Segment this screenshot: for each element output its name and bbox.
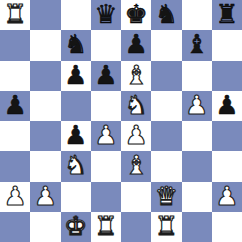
square-g5[interactable]: ♟ bbox=[182, 91, 212, 121]
square-a4[interactable] bbox=[0, 121, 30, 151]
square-e3[interactable]: ♝ bbox=[121, 151, 151, 181]
square-g2[interactable] bbox=[182, 182, 212, 212]
white-knight[interactable]: ♞ bbox=[64, 151, 87, 180]
square-c5[interactable] bbox=[61, 91, 91, 121]
square-a3[interactable] bbox=[0, 151, 30, 181]
white-king[interactable]: ♚ bbox=[64, 212, 87, 241]
square-g1[interactable] bbox=[182, 212, 212, 242]
square-a5[interactable]: ♟ bbox=[0, 91, 30, 121]
square-d1[interactable]: ♜ bbox=[91, 212, 121, 242]
square-d8[interactable]: ♛ bbox=[91, 0, 121, 30]
square-h7[interactable] bbox=[212, 30, 242, 60]
square-a2[interactable]: ♟ bbox=[0, 182, 30, 212]
square-h3[interactable] bbox=[212, 151, 242, 181]
square-b3[interactable] bbox=[30, 151, 60, 181]
white-pawn[interactable]: ♟ bbox=[34, 182, 57, 211]
square-g7[interactable]: ♝ bbox=[182, 30, 212, 60]
black-rook[interactable]: ♜ bbox=[215, 0, 238, 29]
white-pawn[interactable]: ♟ bbox=[215, 182, 238, 211]
black-pawn[interactable]: ♟ bbox=[94, 61, 117, 90]
white-knight[interactable]: ♞ bbox=[124, 91, 147, 120]
white-rook[interactable]: ♜ bbox=[155, 212, 178, 241]
square-h2[interactable]: ♟ bbox=[212, 182, 242, 212]
square-g6[interactable] bbox=[182, 61, 212, 91]
square-b5[interactable] bbox=[30, 91, 60, 121]
square-h8[interactable]: ♜ bbox=[212, 0, 242, 30]
square-c2[interactable] bbox=[61, 182, 91, 212]
black-bishop[interactable]: ♝ bbox=[185, 30, 208, 59]
black-king[interactable]: ♚ bbox=[124, 0, 147, 29]
square-e6[interactable]: ♝ bbox=[121, 61, 151, 91]
square-e8[interactable]: ♚ bbox=[121, 0, 151, 30]
white-bishop[interactable]: ♝ bbox=[124, 151, 147, 180]
white-pawn[interactable]: ♟ bbox=[185, 91, 208, 120]
square-e2[interactable] bbox=[121, 182, 151, 212]
white-rook[interactable]: ♜ bbox=[94, 212, 117, 241]
square-f2[interactable]: ♛ bbox=[151, 182, 181, 212]
square-h4[interactable] bbox=[212, 121, 242, 151]
square-a6[interactable] bbox=[0, 61, 30, 91]
square-c8[interactable] bbox=[61, 0, 91, 30]
square-c6[interactable]: ♟ bbox=[61, 61, 91, 91]
square-d4[interactable]: ♟ bbox=[91, 121, 121, 151]
square-h6[interactable] bbox=[212, 61, 242, 91]
square-f7[interactable] bbox=[151, 30, 181, 60]
square-d3[interactable] bbox=[91, 151, 121, 181]
square-b4[interactable] bbox=[30, 121, 60, 151]
square-c4[interactable]: ♟ bbox=[61, 121, 91, 151]
square-h5[interactable]: ♟ bbox=[212, 91, 242, 121]
white-pawn[interactable]: ♟ bbox=[94, 121, 117, 150]
square-b1[interactable] bbox=[30, 212, 60, 242]
black-pawn[interactable]: ♟ bbox=[64, 61, 87, 90]
square-e4[interactable]: ♟ bbox=[121, 121, 151, 151]
square-b6[interactable] bbox=[30, 61, 60, 91]
square-d7[interactable] bbox=[91, 30, 121, 60]
black-queen[interactable]: ♛ bbox=[94, 0, 117, 29]
square-c7[interactable]: ♞ bbox=[61, 30, 91, 60]
chess-board: ♜♛♚♞♜♞♟♝♟♟♝♟♞♟♟♟♟♟♞♝♟♟♛♟♚♜♜ bbox=[0, 0, 242, 242]
white-pawn[interactable]: ♟ bbox=[124, 121, 147, 150]
square-f8[interactable]: ♞ bbox=[151, 0, 181, 30]
square-b2[interactable]: ♟ bbox=[30, 182, 60, 212]
square-f4[interactable] bbox=[151, 121, 181, 151]
square-e7[interactable]: ♟ bbox=[121, 30, 151, 60]
square-e1[interactable] bbox=[121, 212, 151, 242]
square-a1[interactable] bbox=[0, 212, 30, 242]
square-f5[interactable] bbox=[151, 91, 181, 121]
white-pawn[interactable]: ♟ bbox=[3, 182, 26, 211]
square-d5[interactable] bbox=[91, 91, 121, 121]
square-g4[interactable] bbox=[182, 121, 212, 151]
black-pawn[interactable]: ♟ bbox=[64, 121, 87, 150]
square-a8[interactable]: ♜ bbox=[0, 0, 30, 30]
white-queen[interactable]: ♛ bbox=[155, 182, 178, 211]
black-knight[interactable]: ♞ bbox=[64, 30, 87, 59]
square-a7[interactable] bbox=[0, 30, 30, 60]
square-f1[interactable]: ♜ bbox=[151, 212, 181, 242]
square-f6[interactable] bbox=[151, 61, 181, 91]
white-bishop[interactable]: ♝ bbox=[124, 61, 147, 90]
white-rook[interactable]: ♜ bbox=[3, 0, 26, 29]
square-b7[interactable] bbox=[30, 30, 60, 60]
black-pawn[interactable]: ♟ bbox=[124, 30, 147, 59]
square-b8[interactable] bbox=[30, 0, 60, 30]
black-pawn[interactable]: ♟ bbox=[3, 91, 26, 120]
square-f3[interactable] bbox=[151, 151, 181, 181]
square-c3[interactable]: ♞ bbox=[61, 151, 91, 181]
square-g3[interactable] bbox=[182, 151, 212, 181]
square-d2[interactable] bbox=[91, 182, 121, 212]
black-pawn[interactable]: ♟ bbox=[215, 91, 238, 120]
black-knight[interactable]: ♞ bbox=[155, 0, 178, 29]
square-d6[interactable]: ♟ bbox=[91, 61, 121, 91]
square-e5[interactable]: ♞ bbox=[121, 91, 151, 121]
square-h1[interactable] bbox=[212, 212, 242, 242]
square-c1[interactable]: ♚ bbox=[61, 212, 91, 242]
square-g8[interactable] bbox=[182, 0, 212, 30]
